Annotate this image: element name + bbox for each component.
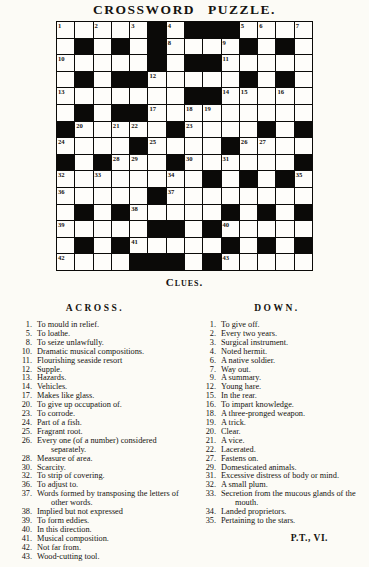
- letter-cell[interactable]: [94, 105, 111, 121]
- letter-cell[interactable]: [112, 188, 129, 204]
- letter-cell[interactable]: 30: [185, 155, 202, 171]
- black-cell: [94, 155, 111, 171]
- letter-cell[interactable]: [167, 238, 184, 254]
- black-cell: [130, 254, 147, 270]
- letter-cell[interactable]: [167, 205, 184, 221]
- letter-cell[interactable]: [276, 205, 293, 221]
- letter-cell[interactable]: [130, 39, 147, 55]
- letter-cell[interactable]: [203, 138, 220, 154]
- cell-number: 35: [296, 171, 303, 178]
- letter-cell[interactable]: [276, 138, 293, 154]
- letter-cell[interactable]: [295, 88, 312, 104]
- black-cell: [185, 88, 202, 104]
- letter-cell[interactable]: [258, 72, 275, 88]
- black-cell: [130, 72, 147, 88]
- clue-item: 20.To give up occupation of.: [6, 401, 184, 410]
- letter-cell[interactable]: 1: [57, 22, 74, 38]
- clue-item: 38.Implied but not expressed: [6, 508, 184, 517]
- letter-cell[interactable]: 32: [57, 171, 74, 187]
- clue-number: 1.: [190, 321, 221, 330]
- letter-cell[interactable]: 2: [94, 22, 111, 38]
- cell-number: 28: [113, 155, 120, 162]
- letter-cell[interactable]: 33: [94, 171, 111, 187]
- black-cell: [75, 205, 92, 221]
- letter-cell[interactable]: [57, 72, 74, 88]
- letter-cell[interactable]: [258, 254, 275, 270]
- cell-number: 9: [223, 39, 226, 46]
- black-cell: [148, 22, 165, 38]
- cell-number: 24: [58, 138, 65, 145]
- letter-cell[interactable]: [112, 171, 129, 187]
- letter-cell[interactable]: [203, 238, 220, 254]
- letter-cell[interactable]: 37: [167, 188, 184, 204]
- cell-number: 12: [149, 72, 156, 79]
- letter-cell[interactable]: 41: [130, 238, 147, 254]
- cell-number: 30: [186, 155, 193, 162]
- cell-number: 6: [259, 22, 262, 29]
- letter-cell[interactable]: [185, 138, 202, 154]
- clue-item: 37.Words formed by transposing the lette…: [6, 490, 184, 508]
- black-cell: [203, 88, 220, 104]
- letter-cell[interactable]: 12: [148, 72, 165, 88]
- letter-cell[interactable]: [148, 205, 165, 221]
- black-cell: [167, 155, 184, 171]
- clue-number: 2.: [190, 330, 221, 339]
- clue-number: 35.: [190, 517, 221, 526]
- letter-cell[interactable]: 27: [258, 138, 275, 154]
- cell-number: 8: [168, 39, 171, 46]
- cell-number: 31: [223, 155, 230, 162]
- letter-cell[interactable]: [75, 88, 92, 104]
- letter-cell[interactable]: [130, 88, 147, 104]
- letter-cell[interactable]: 39: [57, 221, 74, 237]
- cell-number: 3: [131, 22, 134, 29]
- letter-cell[interactable]: [258, 55, 275, 71]
- letter-cell[interactable]: [75, 155, 92, 171]
- cell-number: 37: [168, 188, 175, 195]
- letter-cell[interactable]: [167, 138, 184, 154]
- letter-cell[interactable]: [276, 22, 293, 38]
- black-cell: [295, 238, 312, 254]
- letter-cell[interactable]: [75, 22, 92, 38]
- black-cell: [258, 205, 275, 221]
- letter-cell[interactable]: [94, 254, 111, 270]
- letter-cell[interactable]: [240, 55, 257, 71]
- cell-number: 15: [241, 88, 248, 95]
- black-cell: [57, 155, 74, 171]
- letter-cell[interactable]: [112, 22, 129, 38]
- letter-cell[interactable]: [167, 88, 184, 104]
- clue-item: 32.To strip of covering.: [6, 472, 184, 481]
- letter-cell[interactable]: 26: [240, 138, 257, 154]
- clue-item: 31.Excessive distress of body or mind.: [190, 472, 364, 481]
- cell-number: 20: [76, 122, 83, 129]
- cell-number: 22: [131, 122, 138, 129]
- clue-number: 7.: [190, 366, 221, 375]
- letter-cell[interactable]: 23: [185, 122, 202, 138]
- letter-cell[interactable]: [203, 39, 220, 55]
- clue-number: 3.: [190, 339, 221, 348]
- letter-cell[interactable]: [75, 221, 92, 237]
- letter-cell[interactable]: [258, 155, 275, 171]
- letter-cell[interactable]: 17: [148, 105, 165, 121]
- letter-cell[interactable]: [94, 122, 111, 138]
- cell-number: 27: [259, 138, 266, 145]
- black-cell: [148, 55, 165, 71]
- black-cell: [75, 105, 92, 121]
- cell-number: 43: [223, 254, 230, 261]
- letter-cell[interactable]: [222, 72, 239, 88]
- cell-number: 2: [95, 22, 98, 29]
- black-cell: [258, 122, 275, 138]
- cell-number: 4: [168, 22, 171, 29]
- letter-cell[interactable]: 13: [57, 88, 74, 104]
- page-title: CROSSWORD PUZZLE.: [0, 2, 369, 18]
- letter-cell[interactable]: 21: [112, 122, 129, 138]
- clue-text: A trick.: [221, 419, 364, 428]
- cell-number: 17: [149, 105, 156, 112]
- letter-cell[interactable]: [240, 105, 257, 121]
- letter-cell[interactable]: 11: [222, 55, 239, 71]
- letter-cell[interactable]: [112, 55, 129, 71]
- letter-cell[interactable]: [203, 72, 220, 88]
- cell-number: 38: [131, 205, 138, 212]
- letter-cell[interactable]: [276, 105, 293, 121]
- clue-item: 41.Musical composition.: [6, 535, 184, 544]
- letter-cell[interactable]: [258, 188, 275, 204]
- clue-number: 37.: [6, 490, 37, 508]
- clue-item: 21.A vice.: [190, 437, 364, 446]
- letter-cell[interactable]: [75, 171, 92, 187]
- clue-number: 33.: [190, 490, 221, 508]
- clue-item: 39.To form eddies.: [6, 517, 184, 526]
- letter-cell[interactable]: [203, 155, 220, 171]
- letter-cell[interactable]: [112, 254, 129, 270]
- black-cell: [240, 39, 257, 55]
- clue-text: Pertaining to the stars.: [221, 517, 364, 526]
- cell-number: 19: [204, 105, 211, 112]
- letter-cell[interactable]: 40: [222, 221, 239, 237]
- black-cell: [112, 72, 129, 88]
- letter-cell[interactable]: [185, 221, 202, 237]
- letter-cell[interactable]: [57, 105, 74, 121]
- clue-item: 11.Flourishing seaside resort: [6, 357, 184, 366]
- cell-number: 11: [223, 55, 229, 62]
- letter-cell[interactable]: [258, 88, 275, 104]
- black-cell: [148, 188, 165, 204]
- letter-cell[interactable]: [203, 188, 220, 204]
- letter-cell[interactable]: 28: [112, 155, 129, 171]
- letter-cell[interactable]: 20: [75, 122, 92, 138]
- cell-number: 33: [95, 171, 102, 178]
- cell-number: 13: [58, 88, 65, 95]
- letter-cell[interactable]: [94, 55, 111, 71]
- letter-cell[interactable]: [203, 205, 220, 221]
- letter-cell[interactable]: 18: [185, 105, 202, 121]
- letter-cell[interactable]: [295, 188, 312, 204]
- letter-cell[interactable]: [130, 55, 147, 71]
- letter-cell[interactable]: 14: [222, 88, 239, 104]
- cell-number: 23: [186, 122, 193, 129]
- crossword-grid: 1234567891011121314151617181920212223242…: [57, 22, 312, 270]
- black-cell: [222, 22, 239, 38]
- black-cell: [240, 171, 257, 187]
- black-cell: [112, 238, 129, 254]
- letter-cell[interactable]: 3: [130, 22, 147, 38]
- letter-cell[interactable]: [148, 122, 165, 138]
- letter-cell[interactable]: [222, 171, 239, 187]
- clue-item: 18.A three-pronged weapon.: [190, 410, 364, 419]
- letter-cell[interactable]: [185, 254, 202, 270]
- author-signature: P.T., VI.: [190, 533, 364, 543]
- black-cell: [240, 72, 257, 88]
- black-cell: [203, 55, 220, 71]
- letter-cell[interactable]: [295, 221, 312, 237]
- clue-item: 43.Wood-cutting tool.: [6, 553, 184, 562]
- clue-number: 26.: [6, 437, 37, 455]
- black-cell: [276, 171, 293, 187]
- clue-item: 14.Vehicles.: [6, 383, 184, 392]
- clue-item: 24.Part of a fish.: [6, 419, 184, 428]
- black-cell: [203, 22, 220, 38]
- letter-cell[interactable]: [94, 221, 111, 237]
- clue-item: 33.Secretion from the mucous glands of t…: [190, 490, 364, 508]
- letter-cell[interactable]: [185, 238, 202, 254]
- black-cell: [130, 138, 147, 154]
- black-cell: [295, 155, 312, 171]
- letter-cell[interactable]: [295, 138, 312, 154]
- letter-cell[interactable]: 6: [258, 22, 275, 38]
- cell-number: 41: [131, 238, 138, 245]
- cell-number: 21: [113, 122, 120, 129]
- letter-cell[interactable]: 5: [240, 22, 257, 38]
- letter-cell[interactable]: [148, 171, 165, 187]
- letter-cell[interactable]: [258, 221, 275, 237]
- clue-item: 4.Noted hermit.: [190, 348, 364, 357]
- clues-heading: Clues.: [0, 276, 369, 288]
- letter-cell[interactable]: [167, 105, 184, 121]
- letter-cell[interactable]: [276, 155, 293, 171]
- letter-cell[interactable]: [276, 55, 293, 71]
- black-cell: [203, 254, 220, 270]
- black-cell: [130, 105, 147, 121]
- letter-cell[interactable]: 36: [57, 188, 74, 204]
- letter-cell[interactable]: [295, 39, 312, 55]
- black-cell: [258, 238, 275, 254]
- letter-cell[interactable]: [167, 55, 184, 71]
- crossword-board: 1234567891011121314151617181920212223242…: [56, 21, 313, 271]
- letter-cell[interactable]: [185, 39, 202, 55]
- black-cell: [75, 39, 92, 55]
- clue-text: Words formed by transposing the letters …: [37, 490, 184, 508]
- black-cell: [148, 39, 165, 55]
- letter-cell[interactable]: [130, 221, 147, 237]
- across-clue-list: 1.To mould in relief.5.To loathe.8.To se…: [6, 321, 184, 561]
- letter-cell[interactable]: [185, 171, 202, 187]
- letter-cell[interactable]: [112, 138, 129, 154]
- cell-number: 42: [58, 254, 65, 261]
- cell-number: 7: [296, 22, 299, 29]
- black-cell: [57, 122, 74, 138]
- black-cell: [185, 22, 202, 38]
- letter-cell[interactable]: [94, 205, 111, 221]
- letter-cell[interactable]: [240, 238, 257, 254]
- letter-cell[interactable]: 8: [167, 39, 184, 55]
- letter-cell[interactable]: 4: [167, 22, 184, 38]
- letter-cell[interactable]: [94, 138, 111, 154]
- letter-cell[interactable]: 35: [295, 171, 312, 187]
- letter-cell[interactable]: 16: [276, 88, 293, 104]
- letter-cell[interactable]: [112, 88, 129, 104]
- letter-cell[interactable]: [203, 122, 220, 138]
- cell-number: 32: [58, 171, 65, 178]
- letter-cell[interactable]: [222, 122, 239, 138]
- letter-cell[interactable]: [148, 155, 165, 171]
- black-cell: [222, 138, 239, 154]
- letter-cell[interactable]: [240, 254, 257, 270]
- cell-number: 36: [58, 188, 65, 195]
- down-clue-list: 1.To give off.2.Every two years.3.Surgic…: [190, 321, 364, 526]
- black-cell: [112, 39, 129, 55]
- cell-number: 14: [223, 88, 230, 95]
- clue-text: Wood-cutting tool.: [37, 553, 184, 562]
- clue-item: 22.Lacerated.: [190, 446, 364, 455]
- letter-cell[interactable]: [57, 205, 74, 221]
- clue-number: 43.: [6, 553, 37, 562]
- clue-item: 26.Every one (of a number) considered se…: [6, 437, 184, 455]
- cell-number: 5: [241, 22, 244, 29]
- letter-cell[interactable]: [94, 72, 111, 88]
- letter-cell[interactable]: [94, 39, 111, 55]
- letter-cell[interactable]: [148, 88, 165, 104]
- black-cell: [167, 254, 184, 270]
- letter-cell[interactable]: [240, 205, 257, 221]
- black-cell: [75, 238, 92, 254]
- letter-cell[interactable]: [295, 254, 312, 270]
- letter-cell[interactable]: [148, 238, 165, 254]
- black-cell: [295, 205, 312, 221]
- letter-cell[interactable]: [112, 221, 129, 237]
- clue-item: 35.Pertaining to the stars.: [190, 517, 364, 526]
- letter-cell[interactable]: [94, 88, 111, 104]
- letter-cell[interactable]: [130, 188, 147, 204]
- clue-item: 1.To mould in relief.: [6, 321, 184, 330]
- letter-cell[interactable]: [222, 105, 239, 121]
- letter-cell[interactable]: [295, 72, 312, 88]
- letter-cell[interactable]: 19: [203, 105, 220, 121]
- letter-cell[interactable]: [240, 188, 257, 204]
- letter-cell[interactable]: 38: [130, 205, 147, 221]
- letter-cell[interactable]: 25: [148, 138, 165, 154]
- clue-number: 6.: [190, 357, 221, 366]
- cell-number: 10: [58, 55, 65, 62]
- cell-number: 16: [277, 88, 284, 95]
- letter-cell[interactable]: [57, 39, 74, 55]
- cell-number: 1: [58, 22, 61, 29]
- clue-item: 20.Clear.: [190, 428, 364, 437]
- letter-cell[interactable]: 10: [57, 55, 74, 71]
- letter-cell[interactable]: [75, 188, 92, 204]
- letter-cell[interactable]: [276, 238, 293, 254]
- letter-cell[interactable]: [295, 105, 312, 121]
- black-cell: [222, 238, 239, 254]
- letter-cell[interactable]: [276, 188, 293, 204]
- letter-cell[interactable]: 34: [167, 171, 184, 187]
- letter-cell[interactable]: 31: [222, 155, 239, 171]
- letter-cell[interactable]: [240, 221, 257, 237]
- black-cell: [167, 122, 184, 138]
- black-cell: [276, 72, 293, 88]
- letter-cell[interactable]: [258, 105, 275, 121]
- letter-cell[interactable]: [75, 138, 92, 154]
- black-cell: [203, 171, 220, 187]
- letter-cell[interactable]: [258, 39, 275, 55]
- clue-number: 5.: [6, 330, 37, 339]
- letter-cell[interactable]: 42: [57, 254, 74, 270]
- black-cell: [203, 221, 220, 237]
- letter-cell[interactable]: [258, 171, 275, 187]
- letter-cell[interactable]: [185, 205, 202, 221]
- letter-cell[interactable]: [222, 188, 239, 204]
- clue-text: Secretion from the mucous glands of the …: [221, 490, 364, 508]
- letter-cell[interactable]: [57, 238, 74, 254]
- letter-cell[interactable]: 22: [130, 122, 147, 138]
- black-cell: [295, 122, 312, 138]
- black-cell: [112, 205, 129, 221]
- letter-cell[interactable]: [130, 171, 147, 187]
- letter-cell[interactable]: [295, 55, 312, 71]
- black-cell: [148, 221, 165, 237]
- letter-cell[interactable]: [167, 72, 184, 88]
- letter-cell[interactable]: 15: [240, 88, 257, 104]
- letter-cell[interactable]: [94, 238, 111, 254]
- clue-item: 12.Young hare.: [190, 383, 364, 392]
- letter-cell[interactable]: 43: [222, 254, 239, 270]
- black-cell: [75, 72, 92, 88]
- letter-cell[interactable]: [276, 122, 293, 138]
- letter-cell[interactable]: [75, 55, 92, 71]
- letter-cell[interactable]: 7: [295, 22, 312, 38]
- black-cell: [148, 254, 165, 270]
- clue-item: 23.To corrode.: [6, 410, 184, 419]
- cell-number: 25: [149, 138, 156, 145]
- letter-cell[interactable]: [75, 254, 92, 270]
- clue-item: 9.A summary.: [190, 374, 364, 383]
- letter-cell[interactable]: [276, 254, 293, 270]
- down-header: DOWN.: [190, 303, 364, 313]
- clue-text: Every one (of a number) considered separ…: [37, 437, 184, 455]
- letter-cell[interactable]: [240, 122, 257, 138]
- letter-cell[interactable]: 9: [222, 39, 239, 55]
- clue-item: 19.A trick.: [190, 419, 364, 428]
- letter-cell[interactable]: [185, 188, 202, 204]
- clue-item: 1.To give off.: [190, 321, 364, 330]
- down-clues-column: DOWN. 1.To give off.2.Every two years.3.…: [190, 303, 364, 543]
- cell-number: 26: [241, 138, 248, 145]
- letter-cell[interactable]: [240, 155, 257, 171]
- black-cell: [222, 205, 239, 221]
- clue-item: 6.A native soldier.: [190, 357, 364, 366]
- letter-cell[interactable]: 24: [57, 138, 74, 154]
- letter-cell[interactable]: [94, 188, 111, 204]
- clue-item: 13.Hazards.: [6, 374, 184, 383]
- black-cell: [185, 55, 202, 71]
- letter-cell[interactable]: [185, 72, 202, 88]
- clue-item: 28.Measure of area.: [6, 455, 184, 464]
- cell-number: 40: [223, 221, 230, 228]
- letter-cell[interactable]: [276, 221, 293, 237]
- letter-cell[interactable]: 29: [130, 155, 147, 171]
